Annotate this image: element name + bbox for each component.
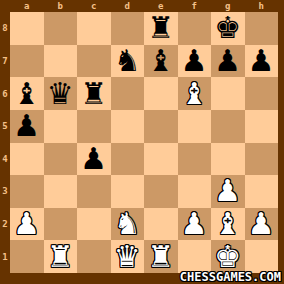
- square-c5[interactable]: [77, 110, 111, 143]
- square-h5[interactable]: [245, 110, 279, 143]
- white-bishop-icon: ♝: [181, 79, 208, 109]
- white-pawn-icon: ♟: [181, 209, 208, 239]
- rank-label-5: 5: [0, 110, 10, 143]
- square-g2[interactable]: ♝: [211, 208, 245, 241]
- square-g8[interactable]: ♚: [211, 12, 245, 45]
- square-h8[interactable]: [245, 12, 279, 45]
- file-labels: abcdefgh: [10, 0, 278, 12]
- square-f7[interactable]: ♟: [178, 45, 212, 78]
- square-d8[interactable]: [111, 12, 145, 45]
- square-a6[interactable]: ♝: [10, 77, 44, 110]
- square-e6[interactable]: [144, 77, 178, 110]
- black-bishop-icon: ♝: [147, 46, 174, 76]
- square-a2[interactable]: ♟: [10, 208, 44, 241]
- rank-label-3: 3: [0, 175, 10, 208]
- rank-label-4: 4: [0, 143, 10, 176]
- square-h1[interactable]: [245, 240, 279, 273]
- square-g5[interactable]: [211, 110, 245, 143]
- black-king-icon: ♚: [214, 13, 241, 43]
- black-rook-icon: ♜: [147, 13, 174, 43]
- black-rook-icon: ♜: [80, 79, 107, 109]
- square-d7[interactable]: ♞: [111, 45, 145, 78]
- square-f4[interactable]: [178, 143, 212, 176]
- square-c2[interactable]: [77, 208, 111, 241]
- black-pawn-icon: ♟: [248, 46, 275, 76]
- square-b1[interactable]: ♜: [44, 240, 78, 273]
- white-pawn-icon: ♟: [214, 176, 241, 206]
- black-pawn-icon: ♟: [181, 46, 208, 76]
- square-c1[interactable]: [77, 240, 111, 273]
- square-g7[interactable]: ♟: [211, 45, 245, 78]
- square-b6[interactable]: ♛: [44, 77, 78, 110]
- square-e3[interactable]: [144, 175, 178, 208]
- square-e4[interactable]: [144, 143, 178, 176]
- rank-labels: 87654321: [0, 12, 10, 273]
- white-rook-icon: ♜: [47, 242, 74, 272]
- square-d3[interactable]: [111, 175, 145, 208]
- black-bishop-icon: ♝: [13, 79, 40, 109]
- square-h7[interactable]: ♟: [245, 45, 279, 78]
- square-c7[interactable]: [77, 45, 111, 78]
- file-label-e: e: [144, 0, 178, 12]
- square-a5[interactable]: ♟: [10, 110, 44, 143]
- white-king-icon: ♚: [214, 242, 241, 272]
- black-knight-icon: ♞: [114, 46, 141, 76]
- square-d4[interactable]: [111, 143, 145, 176]
- rank-label-7: 7: [0, 45, 10, 78]
- black-pawn-icon: ♟: [13, 111, 40, 141]
- square-a3[interactable]: [10, 175, 44, 208]
- square-c6[interactable]: ♜: [77, 77, 111, 110]
- square-h2[interactable]: ♟: [245, 208, 279, 241]
- white-knight-icon: ♞: [114, 209, 141, 239]
- square-b8[interactable]: [44, 12, 78, 45]
- square-b4[interactable]: [44, 143, 78, 176]
- square-f5[interactable]: [178, 110, 212, 143]
- square-a1[interactable]: [10, 240, 44, 273]
- square-g1[interactable]: ♚: [211, 240, 245, 273]
- square-g4[interactable]: [211, 143, 245, 176]
- square-h4[interactable]: [245, 143, 279, 176]
- chess-board-frame: abcdefgh 87654321 ♜♚♞♝♟♟♟♝♛♜♝♟♟♟♟♞♟♝♟♜♛♜…: [0, 0, 284, 284]
- square-d5[interactable]: [111, 110, 145, 143]
- square-e5[interactable]: [144, 110, 178, 143]
- rank-label-2: 2: [0, 208, 10, 241]
- rank-label-6: 6: [0, 77, 10, 110]
- square-f2[interactable]: ♟: [178, 208, 212, 241]
- white-queen-icon: ♛: [114, 242, 141, 272]
- file-label-h: h: [245, 0, 279, 12]
- file-label-f: f: [178, 0, 212, 12]
- square-f3[interactable]: [178, 175, 212, 208]
- square-c3[interactable]: [77, 175, 111, 208]
- square-h6[interactable]: [245, 77, 279, 110]
- square-e2[interactable]: [144, 208, 178, 241]
- square-e1[interactable]: ♜: [144, 240, 178, 273]
- white-pawn-icon: ♟: [13, 209, 40, 239]
- square-d1[interactable]: ♛: [111, 240, 145, 273]
- square-f6[interactable]: ♝: [178, 77, 212, 110]
- square-g6[interactable]: [211, 77, 245, 110]
- file-label-b: b: [44, 0, 78, 12]
- file-label-a: a: [10, 0, 44, 12]
- square-a7[interactable]: [10, 45, 44, 78]
- square-a8[interactable]: [10, 12, 44, 45]
- file-label-c: c: [77, 0, 111, 12]
- square-d6[interactable]: [111, 77, 145, 110]
- square-e8[interactable]: ♜: [144, 12, 178, 45]
- black-queen-icon: ♛: [47, 79, 74, 109]
- square-b3[interactable]: [44, 175, 78, 208]
- square-c4[interactable]: ♟: [77, 143, 111, 176]
- square-c8[interactable]: [77, 12, 111, 45]
- black-pawn-icon: ♟: [214, 46, 241, 76]
- white-bishop-icon: ♝: [214, 209, 241, 239]
- board-grid: ♜♚♞♝♟♟♟♝♛♜♝♟♟♟♟♞♟♝♟♜♛♜♚: [10, 12, 278, 273]
- square-h3[interactable]: [245, 175, 279, 208]
- square-d2[interactable]: ♞: [111, 208, 145, 241]
- square-b7[interactable]: [44, 45, 78, 78]
- file-label-d: d: [111, 0, 145, 12]
- square-f8[interactable]: [178, 12, 212, 45]
- chessgames-watermark: CHESSGAMES.COM: [180, 270, 281, 284]
- rank-label-8: 8: [0, 12, 10, 45]
- square-e7[interactable]: ♝: [144, 45, 178, 78]
- square-g3[interactable]: ♟: [211, 175, 245, 208]
- black-pawn-icon: ♟: [80, 144, 107, 174]
- square-f1[interactable]: [178, 240, 212, 273]
- file-label-g: g: [211, 0, 245, 12]
- square-a4[interactable]: [10, 143, 44, 176]
- white-rook-icon: ♜: [147, 242, 174, 272]
- rank-label-1: 1: [0, 240, 10, 273]
- square-b5[interactable]: [44, 110, 78, 143]
- white-pawn-icon: ♟: [248, 209, 275, 239]
- square-b2[interactable]: [44, 208, 78, 241]
